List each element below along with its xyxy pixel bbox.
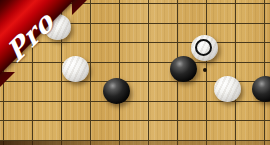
board-cell[interactable]	[119, 3, 148, 23]
board-cell[interactable]	[119, 42, 148, 62]
board-cell[interactable]	[264, 23, 270, 43]
board-cell[interactable]	[61, 120, 90, 140]
board-cell[interactable]	[206, 120, 235, 140]
white-stone[interactable]	[191, 35, 218, 61]
board-cell[interactable]	[264, 3, 270, 23]
white-stone[interactable]	[214, 76, 241, 102]
board-cell[interactable]	[119, 23, 148, 43]
board-cell[interactable]	[90, 42, 119, 62]
board-cell[interactable]	[90, 3, 119, 23]
last-move-marker-icon	[195, 39, 212, 56]
star-point	[203, 68, 207, 72]
board-cell[interactable]	[61, 81, 90, 101]
board-cell[interactable]	[32, 81, 61, 101]
board-cell[interactable]	[90, 120, 119, 140]
board-cell[interactable]	[148, 42, 177, 62]
board-cell[interactable]	[235, 42, 264, 62]
board-cell[interactable]	[148, 101, 177, 121]
board-cell[interactable]	[264, 42, 270, 62]
board-cell[interactable]	[148, 120, 177, 140]
board-cell[interactable]	[3, 120, 32, 140]
board-cell[interactable]	[235, 120, 264, 140]
board-cell[interactable]	[177, 3, 206, 23]
board-cell[interactable]	[148, 3, 177, 23]
board-cell[interactable]	[177, 101, 206, 121]
board-cell[interactable]	[3, 81, 32, 101]
board-cell[interactable]	[235, 3, 264, 23]
white-stone[interactable]	[62, 56, 89, 82]
board-cell[interactable]	[235, 23, 264, 43]
board-cell[interactable]	[32, 101, 61, 121]
board-cell[interactable]	[3, 101, 32, 121]
board-cell[interactable]	[177, 81, 206, 101]
board-cell[interactable]	[264, 101, 270, 121]
board-cell[interactable]	[119, 62, 148, 82]
board-cell[interactable]	[32, 62, 61, 82]
board-edge-shadow	[0, 141, 270, 145]
board-cell[interactable]	[32, 120, 61, 140]
black-stone[interactable]	[170, 56, 197, 82]
board-cell[interactable]	[148, 23, 177, 43]
board-cell[interactable]	[235, 101, 264, 121]
board-cell[interactable]	[177, 120, 206, 140]
board-cell[interactable]	[61, 101, 90, 121]
board-cell[interactable]	[264, 120, 270, 140]
board-cell[interactable]	[206, 3, 235, 23]
board-cell[interactable]	[119, 120, 148, 140]
board-cell[interactable]	[206, 101, 235, 121]
go-app-screenshot: Pro	[0, 0, 270, 145]
board-cell[interactable]	[90, 23, 119, 43]
black-stone[interactable]	[103, 78, 130, 104]
board-cell[interactable]	[148, 81, 177, 101]
board-cell[interactable]	[119, 101, 148, 121]
